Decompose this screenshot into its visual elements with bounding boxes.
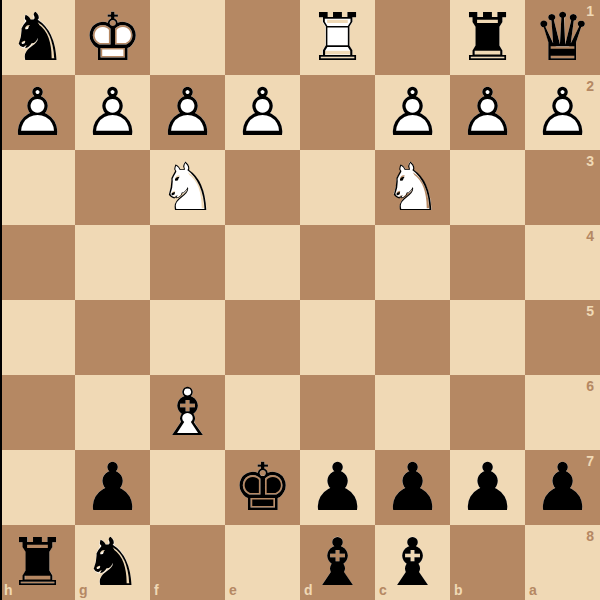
rank-label-8: 8 xyxy=(586,529,594,543)
square-h6[interactable] xyxy=(0,375,75,450)
white-pawn-glyph: ♙ xyxy=(0,75,75,150)
square-g5[interactable] xyxy=(75,300,150,375)
square-c5[interactable] xyxy=(375,300,450,375)
black-pawn-glyph-layer: ♙ xyxy=(75,450,150,525)
white-knight-glyph: ♘ xyxy=(375,150,450,225)
white-pawn-glyph: ♙ xyxy=(150,75,225,150)
black-pawn-glyph-layer: ♙ xyxy=(375,450,450,525)
square-a4[interactable]: 4 xyxy=(525,225,600,300)
board-grid: ♘♞♚♔♜♖♖♜1♕♛♟♙♟♙♟♙♟♙♟♙♟♙2♟♙♞♘♞♘345♝♗6♙♟♔♚… xyxy=(0,0,600,600)
white-king-glyph: ♔ xyxy=(75,0,150,75)
black-king-glyph: ♚ xyxy=(225,450,300,525)
square-f3[interactable]: ♞♘ xyxy=(150,150,225,225)
black-queen-glyph: ♛ xyxy=(525,0,600,75)
black-queen-glyph-layer: ♕ xyxy=(525,0,600,75)
square-h7[interactable] xyxy=(0,450,75,525)
black-pawn-glyph: ♟ xyxy=(300,450,375,525)
piece-black-pawn[interactable]: ♙♟ xyxy=(375,450,450,525)
square-e8[interactable]: e xyxy=(225,525,300,600)
square-f5[interactable] xyxy=(150,300,225,375)
black-knight-glyph-layer: ♘ xyxy=(75,525,150,600)
piece-white-knight[interactable]: ♞♘ xyxy=(375,150,450,225)
white-bishop-glyph-layer: ♝ xyxy=(150,375,225,450)
black-pawn-glyph-layer: ♙ xyxy=(450,450,525,525)
square-a7[interactable]: 7♙♟ xyxy=(525,450,600,525)
square-a8[interactable]: 8a xyxy=(525,525,600,600)
square-d6[interactable] xyxy=(300,375,375,450)
square-f6[interactable]: ♝♗ xyxy=(150,375,225,450)
white-pawn-glyph-layer: ♟ xyxy=(0,75,75,150)
file-label-a: a xyxy=(529,583,537,597)
piece-white-bishop[interactable]: ♝♗ xyxy=(150,375,225,450)
square-b8[interactable]: b xyxy=(450,525,525,600)
piece-white-rook[interactable]: ♜♖ xyxy=(300,0,375,75)
square-c3[interactable]: ♞♘ xyxy=(375,150,450,225)
black-rook-glyph: ♜ xyxy=(450,0,525,75)
piece-white-pawn[interactable]: ♟♙ xyxy=(375,75,450,150)
piece-black-bishop[interactable]: ♗♝ xyxy=(375,525,450,600)
square-f1[interactable] xyxy=(150,0,225,75)
square-a3[interactable]: 3 xyxy=(525,150,600,225)
white-rook-glyph-layer: ♜ xyxy=(300,0,375,75)
black-pawn-glyph-layer: ♙ xyxy=(300,450,375,525)
square-c8[interactable]: c♗♝ xyxy=(375,525,450,600)
file-label-f: f xyxy=(154,583,159,597)
square-d1[interactable]: ♜♖ xyxy=(300,0,375,75)
square-h5[interactable] xyxy=(0,300,75,375)
piece-black-pawn[interactable]: ♙♟ xyxy=(300,450,375,525)
white-pawn-glyph: ♙ xyxy=(225,75,300,150)
piece-black-king[interactable]: ♔♚ xyxy=(225,450,300,525)
square-f7[interactable] xyxy=(150,450,225,525)
square-a1[interactable]: 1♕♛ xyxy=(525,0,600,75)
piece-white-pawn[interactable]: ♟♙ xyxy=(150,75,225,150)
square-h1[interactable]: ♘♞ xyxy=(0,0,75,75)
square-h3[interactable] xyxy=(0,150,75,225)
piece-black-pawn[interactable]: ♙♟ xyxy=(525,450,600,525)
square-c1[interactable] xyxy=(375,0,450,75)
square-b3[interactable] xyxy=(450,150,525,225)
square-c7[interactable]: ♙♟ xyxy=(375,450,450,525)
square-f4[interactable] xyxy=(150,225,225,300)
white-pawn-glyph-layer: ♟ xyxy=(150,75,225,150)
black-knight-glyph: ♞ xyxy=(0,0,75,75)
piece-black-queen[interactable]: ♕♛ xyxy=(525,0,600,75)
white-pawn-glyph: ♙ xyxy=(450,75,525,150)
window-left-edge-line xyxy=(0,0,2,600)
black-rook-glyph-layer: ♖ xyxy=(0,525,75,600)
square-f8[interactable]: f xyxy=(150,525,225,600)
square-c6[interactable] xyxy=(375,375,450,450)
square-d3[interactable] xyxy=(300,150,375,225)
square-c2[interactable]: ♟♙ xyxy=(375,75,450,150)
square-e7[interactable]: ♔♚ xyxy=(225,450,300,525)
white-knight-glyph: ♘ xyxy=(150,150,225,225)
square-b7[interactable]: ♙♟ xyxy=(450,450,525,525)
square-g6[interactable] xyxy=(75,375,150,450)
square-b5[interactable] xyxy=(450,300,525,375)
square-e3[interactable] xyxy=(225,150,300,225)
black-bishop-glyph: ♝ xyxy=(375,525,450,600)
square-d5[interactable] xyxy=(300,300,375,375)
square-e5[interactable] xyxy=(225,300,300,375)
square-a2[interactable]: 2♟♙ xyxy=(525,75,600,150)
piece-white-king[interactable]: ♚♔ xyxy=(75,0,150,75)
square-g4[interactable] xyxy=(75,225,150,300)
black-king-glyph-layer: ♔ xyxy=(225,450,300,525)
black-knight-glyph-layer: ♘ xyxy=(0,0,75,75)
piece-white-knight[interactable]: ♞♘ xyxy=(150,150,225,225)
square-g1[interactable]: ♚♔ xyxy=(75,0,150,75)
black-rook-glyph: ♜ xyxy=(0,525,75,600)
piece-white-pawn[interactable]: ♟♙ xyxy=(0,75,75,150)
white-pawn-glyph-layer: ♟ xyxy=(525,75,600,150)
white-knight-glyph-layer: ♞ xyxy=(150,150,225,225)
square-h2[interactable]: ♟♙ xyxy=(0,75,75,150)
white-knight-glyph-layer: ♞ xyxy=(375,150,450,225)
square-c4[interactable] xyxy=(375,225,450,300)
square-h4[interactable] xyxy=(0,225,75,300)
rank-label-5: 5 xyxy=(586,304,594,318)
square-a6[interactable]: 6 xyxy=(525,375,600,450)
square-g8[interactable]: g♘♞ xyxy=(75,525,150,600)
piece-black-pawn[interactable]: ♙♟ xyxy=(75,450,150,525)
piece-white-pawn[interactable]: ♟♙ xyxy=(450,75,525,150)
white-king-glyph-layer: ♚ xyxy=(75,0,150,75)
piece-black-rook[interactable]: ♖♜ xyxy=(0,525,75,600)
piece-white-pawn[interactable]: ♟♙ xyxy=(525,75,600,150)
square-g2[interactable]: ♟♙ xyxy=(75,75,150,150)
white-pawn-glyph: ♙ xyxy=(525,75,600,150)
piece-white-pawn[interactable]: ♟♙ xyxy=(75,75,150,150)
black-pawn-glyph: ♟ xyxy=(525,450,600,525)
rank-label-6: 6 xyxy=(586,379,594,393)
square-b6[interactable] xyxy=(450,375,525,450)
white-pawn-glyph: ♙ xyxy=(75,75,150,150)
square-e2[interactable]: ♟♙ xyxy=(225,75,300,150)
square-f2[interactable]: ♟♙ xyxy=(150,75,225,150)
square-b4[interactable] xyxy=(450,225,525,300)
black-bishop-glyph: ♝ xyxy=(300,525,375,600)
rank-label-4: 4 xyxy=(586,229,594,243)
square-a5[interactable]: 5 xyxy=(525,300,600,375)
piece-black-bishop[interactable]: ♗♝ xyxy=(300,525,375,600)
black-pawn-glyph: ♟ xyxy=(450,450,525,525)
black-pawn-glyph-layer: ♙ xyxy=(525,450,600,525)
file-label-b: b xyxy=(454,583,463,597)
square-e1[interactable] xyxy=(225,0,300,75)
white-pawn-glyph-layer: ♟ xyxy=(75,75,150,150)
square-g7[interactable]: ♙♟ xyxy=(75,450,150,525)
piece-black-rook[interactable]: ♖♜ xyxy=(450,0,525,75)
rank-label-3: 3 xyxy=(586,154,594,168)
piece-black-pawn[interactable]: ♙♟ xyxy=(450,450,525,525)
square-e4[interactable] xyxy=(225,225,300,300)
white-pawn-glyph-layer: ♟ xyxy=(225,75,300,150)
black-pawn-glyph: ♟ xyxy=(75,450,150,525)
piece-black-knight[interactable]: ♘♞ xyxy=(0,0,75,75)
black-knight-glyph: ♞ xyxy=(75,525,150,600)
white-pawn-glyph-layer: ♟ xyxy=(375,75,450,150)
black-pawn-glyph: ♟ xyxy=(375,450,450,525)
square-d8[interactable]: d♗♝ xyxy=(300,525,375,600)
square-g3[interactable] xyxy=(75,150,150,225)
square-d4[interactable] xyxy=(300,225,375,300)
piece-black-knight[interactable]: ♘♞ xyxy=(75,525,150,600)
square-d2[interactable] xyxy=(300,75,375,150)
square-b1[interactable]: ♖♜ xyxy=(450,0,525,75)
white-bishop-glyph: ♗ xyxy=(150,375,225,450)
black-bishop-glyph-layer: ♗ xyxy=(300,525,375,600)
chess-board: ♘♞♚♔♜♖♖♜1♕♛♟♙♟♙♟♙♟♙♟♙♟♙2♟♙♞♘♞♘345♝♗6♙♟♔♚… xyxy=(0,0,600,600)
black-bishop-glyph-layer: ♗ xyxy=(375,525,450,600)
white-pawn-glyph-layer: ♟ xyxy=(450,75,525,150)
file-label-e: e xyxy=(229,583,237,597)
square-e6[interactable] xyxy=(225,375,300,450)
black-rook-glyph-layer: ♖ xyxy=(450,0,525,75)
white-pawn-glyph: ♙ xyxy=(375,75,450,150)
square-b2[interactable]: ♟♙ xyxy=(450,75,525,150)
white-rook-glyph: ♖ xyxy=(300,0,375,75)
square-h8[interactable]: h♖♜ xyxy=(0,525,75,600)
square-d7[interactable]: ♙♟ xyxy=(300,450,375,525)
piece-white-pawn[interactable]: ♟♙ xyxy=(225,75,300,150)
